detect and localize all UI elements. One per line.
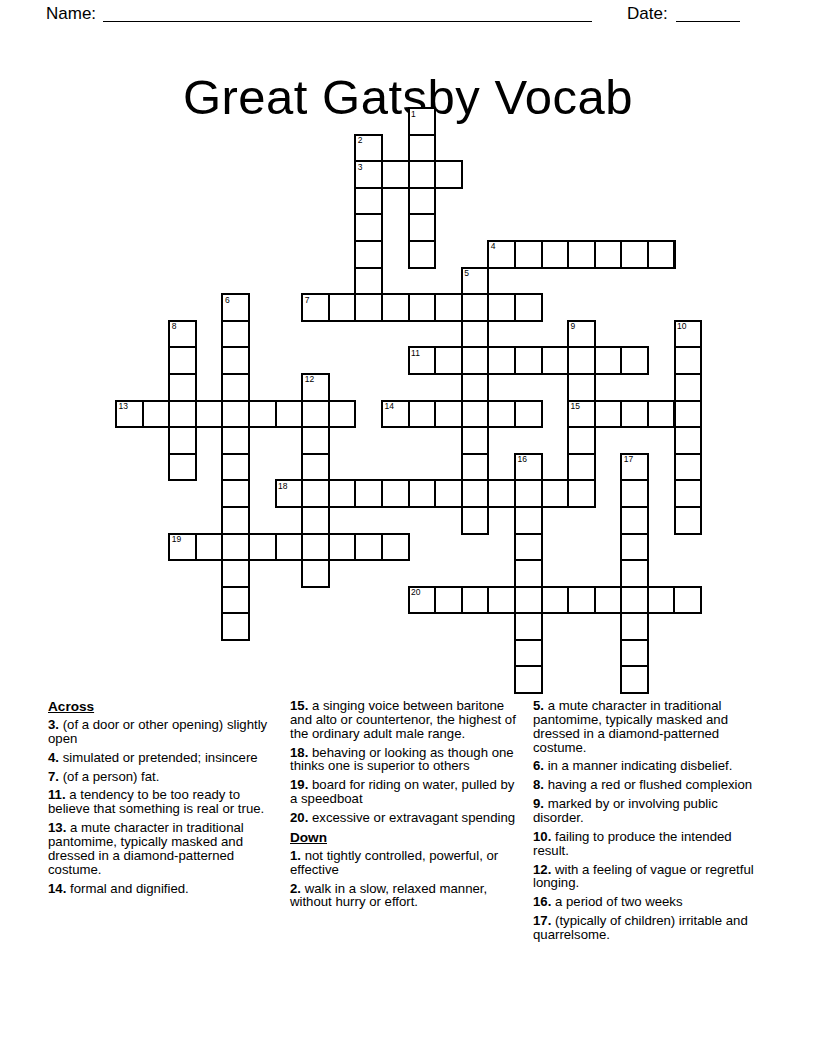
cell-number-3: 3 <box>358 163 363 172</box>
grid-cell-r19c4[interactable] <box>222 613 249 640</box>
grid-cell-r14c19[interactable] <box>621 480 648 507</box>
grid-cell-r11c1[interactable] <box>143 401 170 428</box>
clue-column-1: Across3. (of a door or other opening) sl… <box>48 699 283 900</box>
cell-number-5: 5 <box>464 269 469 278</box>
grid-cell-r16c10[interactable] <box>382 534 409 561</box>
down-heading: Down <box>290 830 522 845</box>
grid-cell-r7c14[interactable] <box>488 294 515 321</box>
cell-number-18: 18 <box>278 482 287 491</box>
clue-down-12: 12. with a feeling of vague or regretful… <box>533 863 763 891</box>
clue-down-2: 2. walk in a slow, relaxed manner, witho… <box>290 882 522 910</box>
grid-cell-r9c18[interactable] <box>595 347 622 374</box>
grid-cell-r5c14[interactable]: 4 <box>488 241 515 268</box>
grid-cell-r5c11[interactable] <box>409 241 436 268</box>
grid-cell-r13c17[interactable] <box>568 454 595 481</box>
grid-cell-r18c17[interactable] <box>568 587 595 614</box>
grid-cell-r14c4[interactable] <box>222 480 249 507</box>
grid-cell-r11c7[interactable] <box>302 401 329 428</box>
grid-cell-r9c21[interactable] <box>674 347 701 374</box>
grid-cell-r9c13[interactable] <box>462 347 489 374</box>
grid-cell-r4c9[interactable] <box>355 214 382 241</box>
clue-across-15: 15. a singing voice between baritone and… <box>290 699 522 741</box>
date-blank-line <box>676 21 740 22</box>
grid-cell-r16c2[interactable]: 19 <box>169 534 196 561</box>
grid-cell-r11c18[interactable] <box>595 401 622 428</box>
grid-cell-r16c5[interactable] <box>249 534 276 561</box>
clue-across-3: 3. (of a door or other opening) slightly… <box>48 718 283 746</box>
grid-cell-r12c2[interactable] <box>169 427 196 454</box>
grid-cell-r5c15[interactable] <box>515 241 542 268</box>
grid-cell-r11c19[interactable] <box>621 401 648 428</box>
clue-across-18: 18. behaving or looking as though one th… <box>290 746 522 774</box>
grid-cell-r5c18[interactable] <box>595 241 622 268</box>
grid-cell-r13c2[interactable] <box>169 454 196 481</box>
worksheet-page: Name: Date: Great Gatsby Vocab 123456789… <box>0 0 816 1056</box>
grid-cell-r11c3[interactable] <box>196 401 223 428</box>
grid-cell-r14c16[interactable] <box>542 480 569 507</box>
grid-cell-r9c16[interactable] <box>542 347 569 374</box>
grid-cell-r9c12[interactable] <box>435 347 462 374</box>
grid-cell-r11c13[interactable] <box>462 401 489 428</box>
grid-cell-r16c8[interactable] <box>329 534 356 561</box>
grid-cell-r7c8[interactable] <box>329 294 356 321</box>
cell-number-19: 19 <box>172 535 181 544</box>
grid-cell-r16c9[interactable] <box>355 534 382 561</box>
grid-cell-r7c12[interactable] <box>435 294 462 321</box>
grid-cell-r7c11[interactable] <box>409 294 436 321</box>
grid-cell-r8c17[interactable]: 9 <box>568 321 595 348</box>
grid-cell-r13c21[interactable] <box>674 454 701 481</box>
grid-cell-r8c4[interactable] <box>222 321 249 348</box>
grid-cell-r3c9[interactable] <box>355 188 382 215</box>
grid-cell-r11c11[interactable] <box>409 401 436 428</box>
clue-column-3: 5. a mute character in traditional panto… <box>533 699 763 947</box>
grid-cell-r9c2[interactable] <box>169 347 196 374</box>
grid-cell-r11c21[interactable] <box>674 401 701 428</box>
grid-cell-r5c19[interactable] <box>621 241 648 268</box>
grid-cell-r14c8[interactable] <box>329 480 356 507</box>
grid-cell-r21c19[interactable] <box>621 666 648 693</box>
grid-cell-r20c19[interactable] <box>621 640 648 667</box>
clue-across-19: 19. board for riding on water, pulled by… <box>290 778 522 806</box>
grid-cell-r13c7[interactable] <box>302 454 329 481</box>
grid-cell-r11c5[interactable] <box>249 401 276 428</box>
grid-cell-r10c21[interactable] <box>674 374 701 401</box>
grid-cell-r14c13[interactable] <box>462 480 489 507</box>
cell-number-13: 13 <box>119 402 128 411</box>
grid-cell-r13c15[interactable]: 16 <box>515 454 542 481</box>
grid-cell-r16c4[interactable] <box>222 534 249 561</box>
grid-cell-r13c19[interactable]: 17 <box>621 454 648 481</box>
grid-cell-r7c15[interactable] <box>515 294 542 321</box>
grid-cell-r11c12[interactable] <box>435 401 462 428</box>
grid-cell-r17c15[interactable] <box>515 560 542 587</box>
clue-across-13: 13. a mute character in traditional pant… <box>48 821 283 876</box>
grid-cell-r5c17[interactable] <box>568 241 595 268</box>
grid-cell-r13c4[interactable] <box>222 454 249 481</box>
grid-cell-r11c17[interactable]: 15 <box>568 401 595 428</box>
clue-across-20: 20. excessive or extravagant spending <box>290 811 522 825</box>
grid-cell-r21c15[interactable] <box>515 666 542 693</box>
grid-cell-r4c11[interactable] <box>409 214 436 241</box>
grid-cell-r2c11[interactable] <box>409 161 436 188</box>
date-label: Date: <box>627 4 668 24</box>
crossword-grid: 1234567891011121314151617181920 <box>116 108 701 693</box>
grid-cell-r1c9[interactable]: 2 <box>355 135 382 162</box>
cell-number-15: 15 <box>571 402 580 411</box>
grid-cell-r18c20[interactable] <box>648 587 675 614</box>
grid-cell-r9c4[interactable] <box>222 347 249 374</box>
grid-cell-r7c7[interactable]: 7 <box>302 294 329 321</box>
grid-cell-r19c15[interactable] <box>515 613 542 640</box>
grid-cell-r15c19[interactable] <box>621 507 648 534</box>
grid-cell-r15c4[interactable] <box>222 507 249 534</box>
grid-cell-r11c4[interactable] <box>222 401 249 428</box>
grid-cell-r17c7[interactable] <box>302 560 329 587</box>
grid-cell-r18c18[interactable] <box>595 587 622 614</box>
grid-cell-r16c7[interactable] <box>302 534 329 561</box>
grid-cell-r17c4[interactable] <box>222 560 249 587</box>
grid-cell-r14c12[interactable] <box>435 480 462 507</box>
grid-cell-r7c9[interactable] <box>355 294 382 321</box>
grid-cell-r7c4[interactable]: 6 <box>222 294 249 321</box>
grid-cell-r14c21[interactable] <box>674 480 701 507</box>
grid-cell-r8c21[interactable]: 10 <box>674 321 701 348</box>
grid-cell-r7c13[interactable] <box>462 294 489 321</box>
clue-down-6: 6. in a manner indicating disbelief. <box>533 759 763 773</box>
grid-cell-r10c13[interactable] <box>462 374 489 401</box>
clue-down-5: 5. a mute character in traditional panto… <box>533 699 763 754</box>
grid-cell-r11c6[interactable] <box>276 401 303 428</box>
cell-number-10: 10 <box>677 322 686 331</box>
grid-cell-r12c17[interactable] <box>568 427 595 454</box>
grid-cell-r14c14[interactable] <box>488 480 515 507</box>
grid-cell-r18c16[interactable] <box>542 587 569 614</box>
grid-cell-r18c11[interactable]: 20 <box>409 587 436 614</box>
cell-number-7: 7 <box>305 296 310 305</box>
grid-cell-r11c0[interactable]: 13 <box>116 401 143 428</box>
cell-number-6: 6 <box>225 296 230 305</box>
clue-across-7: 7. (of a person) fat. <box>48 770 283 784</box>
grid-cell-r5c9[interactable] <box>355 241 382 268</box>
cell-number-8: 8 <box>172 322 177 331</box>
grid-cell-r10c2[interactable] <box>169 374 196 401</box>
grid-cell-r14c6[interactable]: 18 <box>276 480 303 507</box>
grid-cell-r18c4[interactable] <box>222 587 249 614</box>
grid-cell-r18c13[interactable] <box>462 587 489 614</box>
grid-cell-r5c16[interactable] <box>542 241 569 268</box>
grid-cell-r8c13[interactable] <box>462 321 489 348</box>
cell-number-16: 16 <box>517 455 526 464</box>
grid-cell-r9c19[interactable] <box>621 347 648 374</box>
clue-across-14: 14. formal and dignified. <box>48 882 283 896</box>
grid-cell-r15c21[interactable] <box>674 507 701 534</box>
grid-cell-r9c14[interactable] <box>488 347 515 374</box>
grid-cell-r6c13[interactable]: 5 <box>462 268 489 295</box>
grid-cell-r12c13[interactable] <box>462 427 489 454</box>
grid-cell-r0c11[interactable]: 1 <box>409 108 436 135</box>
grid-cell-r15c13[interactable] <box>462 507 489 534</box>
grid-cell-r18c21[interactable] <box>674 587 701 614</box>
across-heading: Across <box>48 699 283 714</box>
grid-cell-r11c15[interactable] <box>515 401 542 428</box>
clue-down-17: 17. (typically of children) irritable an… <box>533 914 763 942</box>
grid-cell-r16c3[interactable] <box>196 534 223 561</box>
grid-cell-r10c7[interactable]: 12 <box>302 374 329 401</box>
grid-cell-r14c17[interactable] <box>568 480 595 507</box>
grid-cell-r10c17[interactable] <box>568 374 595 401</box>
grid-cell-r11c20[interactable] <box>648 401 675 428</box>
cell-number-17: 17 <box>624 455 633 464</box>
grid-cell-r5c20[interactable] <box>648 241 675 268</box>
grid-cell-r14c11[interactable] <box>409 480 436 507</box>
grid-cell-r18c14[interactable] <box>488 587 515 614</box>
grid-cell-r11c14[interactable] <box>488 401 515 428</box>
clue-across-4: 4. simulated or pretended; insincere <box>48 751 283 765</box>
grid-cell-r2c12[interactable] <box>435 161 462 188</box>
cell-number-20: 20 <box>411 588 420 597</box>
grid-cell-r20c15[interactable] <box>515 640 542 667</box>
grid-cell-r18c12[interactable] <box>435 587 462 614</box>
grid-cell-r19c19[interactable] <box>621 613 648 640</box>
name-blank-line <box>103 21 592 22</box>
grid-cell-r2c10[interactable] <box>382 161 409 188</box>
name-label: Name: <box>46 4 96 24</box>
cell-number-11: 11 <box>411 349 420 358</box>
grid-cell-r17c19[interactable] <box>621 560 648 587</box>
grid-cell-r11c2[interactable] <box>169 401 196 428</box>
grid-cell-r11c8[interactable] <box>329 401 356 428</box>
grid-cell-r6c9[interactable] <box>355 268 382 295</box>
grid-cell-r3c11[interactable] <box>409 188 436 215</box>
grid-cell-r14c7[interactable] <box>302 480 329 507</box>
grid-cell-r15c7[interactable] <box>302 507 329 534</box>
cell-number-9: 9 <box>571 322 576 331</box>
cell-number-1: 1 <box>411 110 416 119</box>
cell-number-12: 12 <box>305 375 314 384</box>
grid-cell-r9c17[interactable] <box>568 347 595 374</box>
grid-cell-r18c19[interactable] <box>621 587 648 614</box>
grid-cell-r9c15[interactable] <box>515 347 542 374</box>
clue-down-16: 16. a period of two weeks <box>533 895 763 909</box>
grid-cell-r2c9[interactable]: 3 <box>355 161 382 188</box>
grid-cell-r12c7[interactable] <box>302 427 329 454</box>
grid-cell-r14c9[interactable] <box>355 480 382 507</box>
grid-cell-r12c21[interactable] <box>674 427 701 454</box>
grid-cell-r1c11[interactable] <box>409 135 436 162</box>
grid-cell-r10c4[interactable] <box>222 374 249 401</box>
grid-cell-r14c15[interactable] <box>515 480 542 507</box>
grid-cell-r13c13[interactable] <box>462 454 489 481</box>
clue-down-10: 10. failing to produce the intended resu… <box>533 830 763 858</box>
clue-across-11: 11. a tendency to be too ready to believ… <box>48 788 283 816</box>
grid-cell-r16c15[interactable] <box>515 534 542 561</box>
cell-number-14: 14 <box>384 402 393 411</box>
grid-cell-r11c10[interactable]: 14 <box>382 401 409 428</box>
grid-cell-r12c4[interactable] <box>222 427 249 454</box>
clue-down-9: 9. marked by or involving public disorde… <box>533 797 763 825</box>
grid-cell-r18c15[interactable] <box>515 587 542 614</box>
cell-number-2: 2 <box>358 136 363 145</box>
grid-cell-r9c11[interactable]: 11 <box>409 347 436 374</box>
grid-cell-r7c10[interactable] <box>382 294 409 321</box>
grid-cell-r16c6[interactable] <box>276 534 303 561</box>
clue-down-1: 1. not tightly controlled, powerful, or … <box>290 849 522 877</box>
cell-number-4: 4 <box>491 242 496 251</box>
grid-cell-r16c19[interactable] <box>621 534 648 561</box>
clue-column-2: 15. a singing voice between baritone and… <box>290 699 522 914</box>
clue-down-8: 8. having a red or flushed complexion <box>533 778 763 792</box>
grid-cell-r14c10[interactable] <box>382 480 409 507</box>
grid-cell-r8c2[interactable]: 8 <box>169 321 196 348</box>
grid-cell-r15c15[interactable] <box>515 507 542 534</box>
